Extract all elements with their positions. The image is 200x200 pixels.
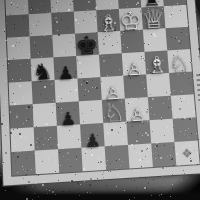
square-f2 [126, 120, 151, 145]
square-a2 [10, 127, 34, 152]
square-h3 [171, 94, 196, 118]
square-e4: ♙ [100, 76, 124, 100]
square-g7: ♕ [141, 6, 165, 29]
square-b3 [33, 103, 57, 128]
square-g3 [148, 96, 173, 120]
square-f5: ♙ [122, 52, 146, 76]
square-g6 [143, 28, 167, 52]
square-a4 [9, 81, 33, 105]
square-f6 [120, 30, 144, 54]
square-h1: ❖ [174, 141, 199, 166]
chessboard-photo: ♜♗♔♕♚♞♟♙♗♘♙♟♘♙♟❖ [0, 0, 200, 200]
square-g2 [149, 119, 174, 144]
chess-board: ♜♗♔♕♚♞♟♙♗♘♙♟♘♙♟❖ [0, 0, 200, 186]
square-f3: ♙ [125, 97, 150, 121]
square-b6 [30, 35, 54, 59]
square-c5: ♟ [53, 56, 77, 80]
square-g1 [151, 142, 176, 167]
square-b7 [29, 13, 53, 36]
square-d6: ♚ [75, 32, 99, 56]
square-a5 [8, 59, 32, 83]
square-f1 [128, 143, 153, 168]
square-a8 [5, 0, 28, 16]
square-d3 [79, 100, 103, 124]
square-b5: ♞ [31, 57, 55, 81]
corner-ornament-icon: ❖ [181, 146, 193, 161]
square-c6 [52, 34, 76, 58]
square-e3: ♘ [102, 99, 127, 123]
square-g5: ♗ [145, 50, 170, 74]
edge-watermark-icon [196, 74, 200, 104]
square-h5: ♘ [167, 49, 192, 73]
square-e6 [98, 31, 122, 55]
square-e5 [99, 53, 123, 77]
board-wrap: ♜♗♔♕♚♞♟♙♗♘♙♟♘♙♟❖ [0, 0, 200, 186]
square-c7 [51, 12, 75, 35]
square-c4 [55, 79, 79, 103]
square-a1 [11, 151, 35, 176]
square-d5 [76, 55, 100, 79]
square-d7 [74, 10, 98, 33]
square-c2 [57, 124, 81, 149]
square-b4 [32, 80, 56, 104]
square-e7: ♗ [96, 9, 120, 32]
square-b2 [34, 126, 58, 151]
square-h4 [169, 72, 194, 96]
square-f7: ♔ [119, 8, 143, 31]
square-f4 [123, 74, 148, 98]
square-h2 [173, 117, 198, 142]
square-a3 [10, 104, 34, 129]
square-b1 [35, 149, 60, 174]
square-g4 [146, 73, 171, 97]
square-d1 [81, 146, 106, 171]
square-h7 [164, 5, 188, 28]
square-d2: ♟ [80, 123, 105, 148]
square-e2 [103, 122, 128, 147]
square-e1 [105, 145, 130, 170]
square-a7 [6, 14, 30, 37]
board-grid: ♜♗♔♕♚♞♟♙♗♘♙♟♘♙♟❖ [5, 0, 199, 176]
square-h6 [165, 27, 189, 51]
square-c1 [58, 148, 83, 173]
square-a6 [7, 36, 31, 60]
square-d4 [77, 77, 101, 101]
square-c3: ♟ [56, 101, 80, 125]
